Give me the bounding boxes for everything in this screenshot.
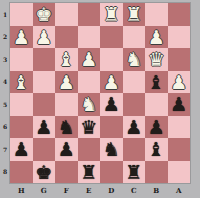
file-label-a: A	[168, 184, 191, 197]
square-d4[interactable]: ♟	[100, 71, 123, 94]
square-e3[interactable]: ♟	[78, 48, 101, 71]
board-frame: 12345678 ♚♜♜♟♟♟♝♟♞♛♝♟♟♝♟♞♟♟♟♞♛♟♟♟♟♞♝♚♜♜ …	[0, 0, 200, 198]
square-h4[interactable]: ♝	[10, 71, 33, 94]
square-h2[interactable]: ♟	[10, 26, 33, 49]
white-knight-c3[interactable]: ♞	[125, 48, 142, 71]
white-pawn-f4[interactable]: ♟	[58, 71, 75, 94]
square-f3[interactable]: ♝	[55, 48, 78, 71]
rank-labels: 12345678	[0, 3, 10, 183]
black-pawn-a5[interactable]: ♟	[170, 93, 187, 116]
black-pawn-f7[interactable]: ♟	[58, 138, 75, 161]
white-pawn-g2[interactable]: ♟	[35, 26, 52, 49]
square-e6[interactable]: ♛	[78, 116, 101, 139]
square-c1[interactable]: ♜	[123, 3, 146, 26]
square-c6[interactable]: ♟	[123, 116, 146, 139]
square-b7[interactable]: ♝	[145, 138, 168, 161]
square-b5[interactable]	[145, 93, 168, 116]
square-d3[interactable]	[100, 48, 123, 71]
square-f6[interactable]: ♞	[55, 116, 78, 139]
white-pawn-a4[interactable]: ♟	[170, 71, 187, 94]
square-d8[interactable]	[100, 161, 123, 184]
square-b6[interactable]: ♟	[145, 116, 168, 139]
black-pawn-c6[interactable]: ♟	[125, 116, 142, 139]
black-knight-d7[interactable]: ♞	[103, 138, 120, 161]
square-g6[interactable]: ♟	[33, 116, 56, 139]
black-pawn-d5[interactable]: ♟	[103, 93, 120, 116]
white-king-g1[interactable]: ♚	[35, 3, 52, 26]
file-label-d: D	[100, 184, 123, 197]
black-knight-f6[interactable]: ♞	[58, 116, 75, 139]
square-b2[interactable]: ♟	[145, 26, 168, 49]
square-e5[interactable]: ♞	[78, 93, 101, 116]
rank-label-2: 2	[0, 26, 10, 49]
square-h3[interactable]	[10, 48, 33, 71]
black-king-g8[interactable]: ♚	[35, 161, 52, 184]
square-b8[interactable]	[145, 161, 168, 184]
square-h6[interactable]	[10, 116, 33, 139]
square-f2[interactable]	[55, 26, 78, 49]
rank-label-3: 3	[0, 48, 10, 71]
square-a6[interactable]	[168, 116, 191, 139]
square-h8[interactable]	[10, 161, 33, 184]
black-queen-e6[interactable]: ♛	[80, 116, 97, 139]
square-g5[interactable]	[33, 93, 56, 116]
white-bishop-h4[interactable]: ♝	[13, 71, 30, 94]
square-d1[interactable]: ♜	[100, 3, 123, 26]
square-e4[interactable]	[78, 71, 101, 94]
black-bishop-b7[interactable]: ♝	[148, 138, 165, 161]
rank-label-8: 8	[0, 161, 10, 184]
square-h1[interactable]	[10, 3, 33, 26]
white-pawn-h2[interactable]: ♟	[13, 26, 30, 49]
square-f1[interactable]	[55, 3, 78, 26]
square-b3[interactable]: ♛	[145, 48, 168, 71]
square-a2[interactable]	[168, 26, 191, 49]
black-pawn-g6[interactable]: ♟	[35, 116, 52, 139]
file-label-e: E	[78, 184, 101, 197]
square-a8[interactable]	[168, 161, 191, 184]
square-a1[interactable]	[168, 3, 191, 26]
square-d7[interactable]: ♞	[100, 138, 123, 161]
square-f4[interactable]: ♟	[55, 71, 78, 94]
square-c4[interactable]	[123, 71, 146, 94]
square-f7[interactable]: ♟	[55, 138, 78, 161]
black-pawn-b6[interactable]: ♟	[148, 116, 165, 139]
square-c2[interactable]	[123, 26, 146, 49]
square-a4[interactable]: ♟	[168, 71, 191, 94]
rank-label-5: 5	[0, 93, 10, 116]
black-rook-c8[interactable]: ♜	[125, 161, 142, 184]
square-a5[interactable]: ♟	[168, 93, 191, 116]
black-pawn-h7[interactable]: ♟	[13, 138, 30, 161]
file-label-g: G	[33, 184, 56, 197]
file-label-f: F	[55, 184, 78, 197]
white-rook-c1[interactable]: ♜	[125, 3, 142, 26]
square-d5[interactable]: ♟	[100, 93, 123, 116]
square-a7[interactable]	[168, 138, 191, 161]
white-rook-d1[interactable]: ♜	[103, 3, 120, 26]
square-f8[interactable]	[55, 161, 78, 184]
file-label-h: H	[10, 184, 33, 197]
square-d2[interactable]	[100, 26, 123, 49]
white-knight-e5[interactable]: ♞	[80, 93, 97, 116]
square-g7[interactable]	[33, 138, 56, 161]
square-h5[interactable]	[10, 93, 33, 116]
square-c7[interactable]	[123, 138, 146, 161]
square-e2[interactable]	[78, 26, 101, 49]
file-label-b: B	[145, 184, 168, 197]
square-e7[interactable]	[78, 138, 101, 161]
file-label-c: C	[123, 184, 146, 197]
square-g1[interactable]: ♚	[33, 3, 56, 26]
square-e1[interactable]	[78, 3, 101, 26]
square-b1[interactable]	[145, 3, 168, 26]
square-a3[interactable]	[168, 48, 191, 71]
square-e8[interactable]: ♜	[78, 161, 101, 184]
rank-label-1: 1	[0, 3, 10, 26]
square-g2[interactable]: ♟	[33, 26, 56, 49]
black-rook-e8[interactable]: ♜	[80, 161, 97, 184]
white-pawn-e3[interactable]: ♟	[80, 48, 97, 71]
square-g8[interactable]: ♚	[33, 161, 56, 184]
square-h7[interactable]: ♟	[10, 138, 33, 161]
square-d6[interactable]	[100, 116, 123, 139]
white-pawn-d4[interactable]: ♟	[103, 71, 120, 94]
square-g3[interactable]	[33, 48, 56, 71]
white-pawn-b2[interactable]: ♟	[148, 26, 165, 49]
square-c8[interactable]: ♜	[123, 161, 146, 184]
square-g4[interactable]	[33, 71, 56, 94]
square-c5[interactable]	[123, 93, 146, 116]
black-bishop-b4[interactable]: ♝	[148, 71, 165, 94]
chess-board: ♚♜♜♟♟♟♝♟♞♛♝♟♟♝♟♞♟♟♟♞♛♟♟♟♟♞♝♚♜♜	[10, 3, 190, 183]
square-b4[interactable]: ♝	[145, 71, 168, 94]
white-bishop-f3[interactable]: ♝	[58, 48, 75, 71]
rank-label-6: 6	[0, 116, 10, 139]
white-queen-b3[interactable]: ♛	[148, 48, 165, 71]
file-labels: HGFEDCBA	[10, 184, 190, 197]
square-c3[interactable]: ♞	[123, 48, 146, 71]
rank-label-7: 7	[0, 138, 10, 161]
rank-label-4: 4	[0, 71, 10, 94]
square-f5[interactable]	[55, 93, 78, 116]
